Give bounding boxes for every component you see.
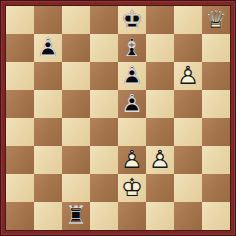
square-e7[interactable]: ♝♗ <box>118 34 146 62</box>
square-d2[interactable] <box>90 174 118 202</box>
square-g6[interactable]: ♟♙ <box>174 62 202 90</box>
piece-black-pawn[interactable]: ♟♙ <box>118 90 146 118</box>
square-a1[interactable] <box>6 202 34 230</box>
square-g7[interactable] <box>174 34 202 62</box>
square-e2[interactable]: ♚♔ <box>118 174 146 202</box>
square-c2[interactable] <box>62 174 90 202</box>
piece-glyph-outline: ♗ <box>118 34 146 62</box>
piece-white-king[interactable]: ♚♔ <box>118 174 146 202</box>
square-g5[interactable] <box>174 90 202 118</box>
square-c4[interactable] <box>62 118 90 146</box>
square-c5[interactable] <box>62 90 90 118</box>
piece-glyph-outline: ♙ <box>146 146 174 174</box>
square-h7[interactable] <box>202 34 230 62</box>
square-b8[interactable] <box>34 6 62 34</box>
square-d8[interactable] <box>90 6 118 34</box>
square-f7[interactable] <box>146 34 174 62</box>
square-b7[interactable]: ♟♙ <box>34 34 62 62</box>
square-d3[interactable] <box>90 146 118 174</box>
square-d5[interactable] <box>90 90 118 118</box>
square-a6[interactable] <box>6 62 34 90</box>
square-e8[interactable]: ♚♔ <box>118 6 146 34</box>
square-e5[interactable]: ♟♙ <box>118 90 146 118</box>
piece-black-rook[interactable]: ♜♖ <box>62 202 90 230</box>
square-a8[interactable] <box>6 6 34 34</box>
square-f5[interactable] <box>146 90 174 118</box>
square-e1[interactable] <box>118 202 146 230</box>
square-e6[interactable]: ♟♙ <box>118 62 146 90</box>
square-g1[interactable] <box>174 202 202 230</box>
square-b2[interactable] <box>34 174 62 202</box>
square-f2[interactable] <box>146 174 174 202</box>
square-a3[interactable] <box>6 146 34 174</box>
piece-glyph-outline: ♙ <box>174 62 202 90</box>
square-f1[interactable] <box>146 202 174 230</box>
square-a2[interactable] <box>6 174 34 202</box>
square-a5[interactable] <box>6 90 34 118</box>
square-d6[interactable] <box>90 62 118 90</box>
square-b1[interactable] <box>34 202 62 230</box>
piece-glyph-outline: ♔ <box>118 6 146 34</box>
square-h4[interactable] <box>202 118 230 146</box>
square-h1[interactable] <box>202 202 230 230</box>
piece-black-bishop[interactable]: ♝♗ <box>118 34 146 62</box>
square-c8[interactable] <box>62 6 90 34</box>
square-c6[interactable] <box>62 62 90 90</box>
square-b4[interactable] <box>34 118 62 146</box>
square-b5[interactable] <box>34 90 62 118</box>
piece-white-pawn[interactable]: ♟♙ <box>118 146 146 174</box>
square-c7[interactable] <box>62 34 90 62</box>
piece-glyph-outline: ♖ <box>62 202 90 230</box>
square-g8[interactable] <box>174 6 202 34</box>
square-h8[interactable]: ♛♕ <box>202 6 230 34</box>
square-g4[interactable] <box>174 118 202 146</box>
square-e3[interactable]: ♟♙ <box>118 146 146 174</box>
square-d1[interactable] <box>90 202 118 230</box>
square-f4[interactable] <box>146 118 174 146</box>
square-h2[interactable] <box>202 174 230 202</box>
square-a4[interactable] <box>6 118 34 146</box>
square-c1[interactable]: ♜♖ <box>62 202 90 230</box>
chess-board: ♚♔♛♕♟♙♝♗♟♙♟♙♟♙♟♙♟♙♚♔♜♖ <box>6 6 230 230</box>
piece-glyph-outline: ♕ <box>202 6 230 34</box>
piece-glyph-outline: ♔ <box>118 174 146 202</box>
piece-glyph-outline: ♙ <box>118 90 146 118</box>
piece-black-pawn[interactable]: ♟♙ <box>118 62 146 90</box>
square-g3[interactable] <box>174 146 202 174</box>
piece-white-pawn[interactable]: ♟♙ <box>146 146 174 174</box>
square-f8[interactable] <box>146 6 174 34</box>
square-h5[interactable] <box>202 90 230 118</box>
square-e4[interactable] <box>118 118 146 146</box>
piece-glyph-outline: ♙ <box>118 146 146 174</box>
square-c3[interactable] <box>62 146 90 174</box>
square-h6[interactable] <box>202 62 230 90</box>
piece-white-queen[interactable]: ♛♕ <box>202 6 230 34</box>
square-g2[interactable] <box>174 174 202 202</box>
square-b3[interactable] <box>34 146 62 174</box>
piece-glyph-outline: ♙ <box>34 34 62 62</box>
square-a7[interactable] <box>6 34 34 62</box>
piece-white-pawn[interactable]: ♟♙ <box>174 62 202 90</box>
square-f6[interactable] <box>146 62 174 90</box>
square-d4[interactable] <box>90 118 118 146</box>
chess-board-frame: ♚♔♛♕♟♙♝♗♟♙♟♙♟♙♟♙♟♙♚♔♜♖ <box>0 0 236 236</box>
piece-glyph-outline: ♙ <box>118 62 146 90</box>
piece-black-king[interactable]: ♚♔ <box>118 6 146 34</box>
square-b6[interactable] <box>34 62 62 90</box>
square-f3[interactable]: ♟♙ <box>146 146 174 174</box>
square-d7[interactable] <box>90 34 118 62</box>
square-h3[interactable] <box>202 146 230 174</box>
piece-black-pawn[interactable]: ♟♙ <box>34 34 62 62</box>
